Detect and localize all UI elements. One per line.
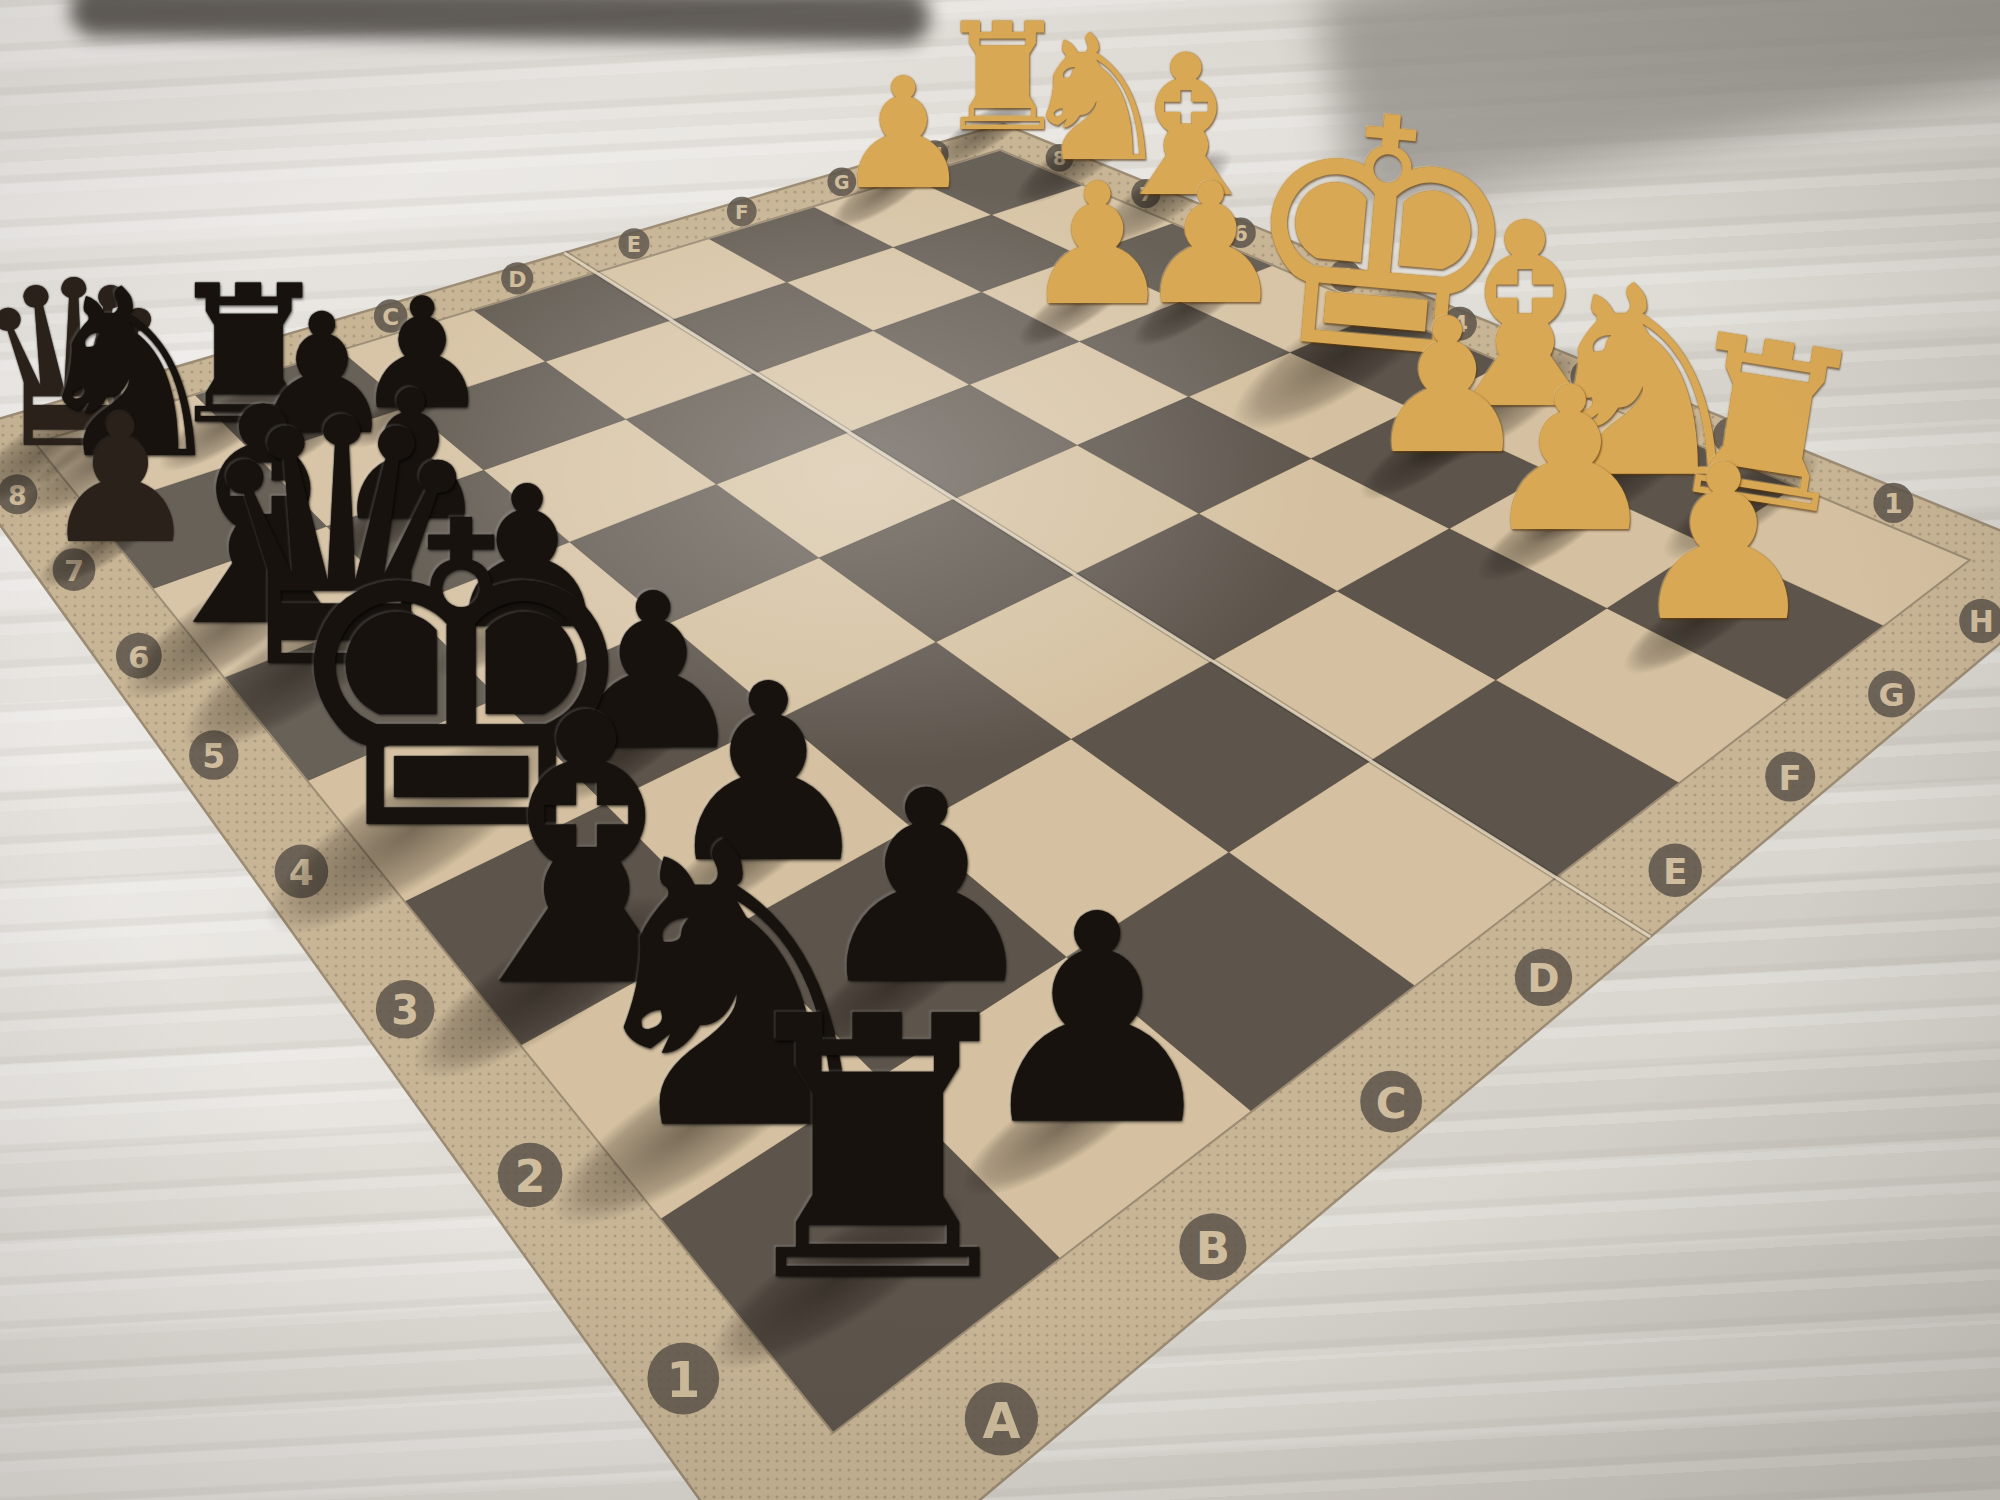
coord-label-file-F-bottom: F (1765, 752, 1815, 802)
coord-label-file-D-top: D (501, 262, 533, 294)
svg-text:A: A (982, 1393, 1020, 1450)
svg-text:C: C (1376, 1079, 1407, 1128)
coord-label-file-A-bottom: A (965, 1382, 1038, 1455)
svg-text:E: E (1663, 851, 1688, 892)
coord-label-file-E-top: E (618, 228, 649, 259)
svg-text:1: 1 (1884, 488, 1903, 519)
table-surface: 1122334455667788AABBCCDDEEFFGGHH ♜♞♟♝♟♟♚… (0, 0, 2000, 1500)
piece-white-pawn-g8[interactable]: ♟ (835, 59, 972, 212)
svg-text:G: G (1878, 676, 1904, 714)
coord-label-file-D-bottom: D (1515, 949, 1572, 1006)
coord-label-file-F-top: F (727, 197, 757, 227)
coord-label-file-C-bottom: C (1360, 1071, 1422, 1133)
svg-text:2: 2 (515, 1151, 546, 1202)
coord-label-rank-2-left: 2 (498, 1143, 563, 1208)
svg-text:E: E (627, 233, 641, 257)
coord-label-file-G-bottom: G (1868, 671, 1915, 718)
svg-text:H: H (1969, 604, 1994, 639)
piece-black-rook-a1[interactable]: ♜ (716, 970, 1040, 1331)
svg-text:D: D (1527, 956, 1559, 1001)
svg-text:1: 1 (666, 1352, 700, 1409)
svg-text:F: F (1779, 758, 1802, 798)
svg-text:5: 5 (202, 737, 225, 776)
svg-text:F: F (735, 200, 749, 224)
coord-label-file-B-bottom: B (1179, 1213, 1246, 1280)
svg-text:3: 3 (391, 987, 419, 1033)
svg-text:B: B (1196, 1222, 1230, 1275)
coord-label-rank-1-left: 1 (647, 1343, 719, 1415)
coord-label-file-E-bottom: E (1649, 844, 1702, 897)
piece-white-pawn-g1[interactable]: ♟ (1627, 436, 1820, 651)
svg-text:D: D (508, 267, 526, 292)
coord-label-rank-1-right: 1 (1873, 483, 1913, 523)
